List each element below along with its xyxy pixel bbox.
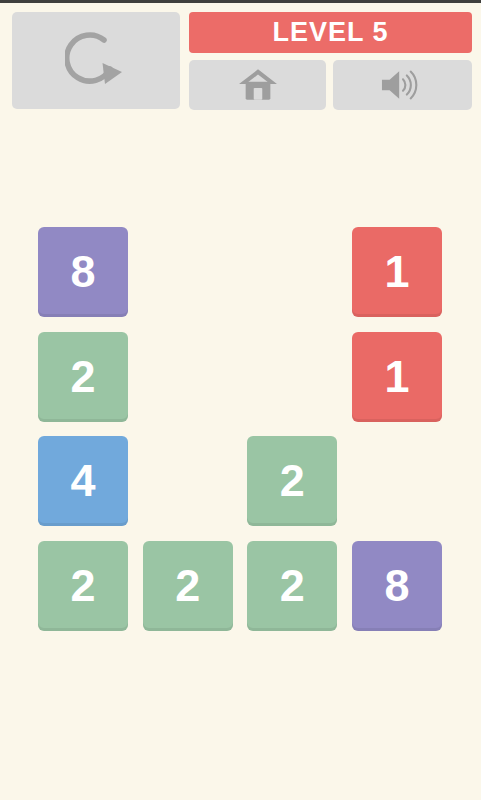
empty-cell <box>247 332 337 422</box>
tile-2[interactable]: 2 <box>38 332 128 422</box>
tile-2[interactable]: 2 <box>143 541 233 631</box>
home-icon <box>239 69 277 102</box>
empty-cell <box>352 436 442 526</box>
top-status-bar <box>0 0 481 3</box>
speaker-icon <box>381 67 425 103</box>
tile-2[interactable]: 2 <box>38 541 128 631</box>
level-banner: LEVEL 5 <box>189 12 472 53</box>
level-label: LEVEL 5 <box>272 17 388 48</box>
tile-8[interactable]: 8 <box>38 227 128 317</box>
board: 8121422228 <box>38 227 442 631</box>
sound-button[interactable] <box>333 60 472 110</box>
home-button[interactable] <box>189 60 326 110</box>
empty-cell <box>143 332 233 422</box>
tile-4[interactable]: 4 <box>38 436 128 526</box>
tile-1[interactable]: 1 <box>352 332 442 422</box>
tile-8[interactable]: 8 <box>352 541 442 631</box>
restart-button[interactable] <box>12 12 180 109</box>
tile-2[interactable]: 2 <box>247 541 337 631</box>
restart-icon <box>65 30 127 92</box>
empty-cell <box>143 436 233 526</box>
tile-2[interactable]: 2 <box>247 436 337 526</box>
empty-cell <box>247 227 337 317</box>
tile-1[interactable]: 1 <box>352 227 442 317</box>
empty-cell <box>143 227 233 317</box>
